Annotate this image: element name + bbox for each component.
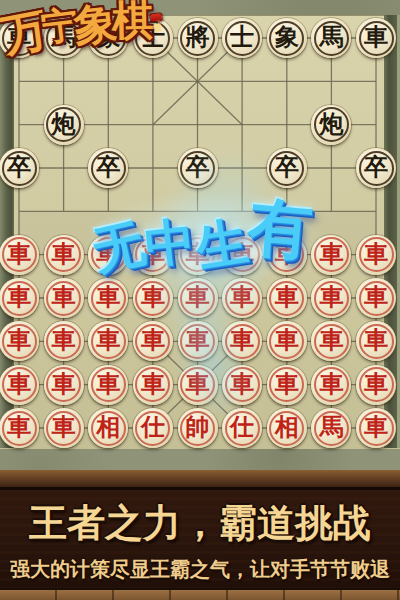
piece-red[interactable]: 車 xyxy=(356,321,396,361)
piece-black[interactable]: 象 xyxy=(267,18,307,58)
piece-glyph: 馬 xyxy=(319,25,343,49)
piece-red[interactable]: 車 xyxy=(178,321,218,361)
piece-black[interactable]: 炮 xyxy=(44,105,84,145)
piece-red[interactable]: 車 xyxy=(0,408,39,448)
piece-glyph: 車 xyxy=(96,285,120,309)
piece-glyph: 車 xyxy=(364,242,388,266)
piece-red[interactable]: 車 xyxy=(0,365,39,405)
piece-glyph: 炮 xyxy=(319,112,343,136)
banner-top-plank xyxy=(0,470,400,490)
promo-subline: 强大的计策尽显王霸之气，让对手节节败退 xyxy=(0,556,400,583)
logo-char: 象 xyxy=(71,0,114,51)
banner-bottom-plank xyxy=(0,588,400,600)
piece-glyph: 卒 xyxy=(364,155,388,179)
piece-red[interactable]: 車 xyxy=(222,321,262,361)
piece-red[interactable]: 車 xyxy=(44,278,84,318)
piece-glyph: 車 xyxy=(7,372,31,396)
game-screen: 車馬象士將士象馬車炮炮卒卒卒卒卒車車車車車車車車車車車車車車車車車車車車車車車車… xyxy=(0,0,400,600)
piece-red[interactable]: 車 xyxy=(88,365,128,405)
piece-red[interactable]: 馬 xyxy=(311,408,351,448)
piece-glyph: 車 xyxy=(364,372,388,396)
logo-char: 中 xyxy=(142,207,199,279)
piece-red[interactable]: 車 xyxy=(311,365,351,405)
piece-red[interactable]: 車 xyxy=(44,408,84,448)
piece-red[interactable]: 相 xyxy=(267,408,307,448)
piece-red[interactable]: 車 xyxy=(267,321,307,361)
piece-black[interactable]: 將 xyxy=(178,18,218,58)
piece-glyph: 仕 xyxy=(141,415,165,439)
piece-black[interactable]: 馬 xyxy=(311,18,351,58)
piece-glyph: 卒 xyxy=(275,155,299,179)
piece-red[interactable]: 車 xyxy=(311,278,351,318)
piece-red[interactable]: 仕 xyxy=(133,408,173,448)
piece-glyph: 車 xyxy=(7,285,31,309)
piece-glyph: 車 xyxy=(275,285,299,309)
piece-red[interactable]: 車 xyxy=(356,278,396,318)
promo-banner[interactable]: 王者之力，霸道挑战 强大的计策尽显王霸之气，让对手节节败退 xyxy=(0,470,400,600)
piece-red[interactable]: 帥 xyxy=(178,408,218,448)
piece-black[interactable]: 炮 xyxy=(311,105,351,145)
piece-black[interactable]: 卒 xyxy=(88,148,128,188)
piece-glyph: 象 xyxy=(275,25,299,49)
piece-glyph: 卒 xyxy=(7,155,31,179)
piece-glyph: 相 xyxy=(275,415,299,439)
piece-red[interactable]: 車 xyxy=(178,278,218,318)
piece-red[interactable]: 車 xyxy=(0,235,39,275)
piece-red[interactable]: 車 xyxy=(133,365,173,405)
piece-glyph: 車 xyxy=(52,242,76,266)
piece-glyph: 車 xyxy=(52,285,76,309)
piece-black[interactable]: 車 xyxy=(356,18,396,58)
piece-red[interactable]: 車 xyxy=(356,365,396,405)
piece-red[interactable]: 仕 xyxy=(222,408,262,448)
piece-red[interactable]: 車 xyxy=(267,365,307,405)
piece-glyph: 車 xyxy=(141,372,165,396)
piece-glyph: 車 xyxy=(7,415,31,439)
piece-glyph: 車 xyxy=(230,372,254,396)
piece-glyph: 車 xyxy=(319,372,343,396)
piece-red[interactable]: 車 xyxy=(356,408,396,448)
piece-glyph: 炮 xyxy=(52,112,76,136)
piece-glyph: 車 xyxy=(52,328,76,352)
logo-char: 宁 xyxy=(39,5,75,49)
promo-headline: 王者之力，霸道挑战 xyxy=(0,498,400,549)
piece-red[interactable]: 車 xyxy=(0,278,39,318)
piece-glyph: 車 xyxy=(230,285,254,309)
piece-black[interactable]: 卒 xyxy=(0,148,39,188)
piece-black[interactable]: 卒 xyxy=(178,148,218,188)
logo-char: 生 xyxy=(192,207,254,283)
piece-red[interactable]: 車 xyxy=(178,365,218,405)
skill-name-overlay: 无中生有 xyxy=(91,190,315,287)
piece-glyph: 車 xyxy=(319,285,343,309)
piece-glyph: 車 xyxy=(230,328,254,352)
piece-black[interactable]: 士 xyxy=(222,18,262,58)
piece-red[interactable]: 車 xyxy=(311,321,351,361)
piece-red[interactable]: 車 xyxy=(44,235,84,275)
piece-glyph: 相 xyxy=(96,415,120,439)
piece-red[interactable]: 車 xyxy=(44,365,84,405)
piece-glyph: 車 xyxy=(52,372,76,396)
piece-glyph: 車 xyxy=(52,415,76,439)
piece-glyph: 卒 xyxy=(186,155,210,179)
piece-red[interactable]: 車 xyxy=(356,235,396,275)
piece-glyph: 卒 xyxy=(96,155,120,179)
piece-red[interactable]: 車 xyxy=(267,278,307,318)
logo-char: 有 xyxy=(245,184,317,275)
piece-glyph: 車 xyxy=(275,372,299,396)
piece-glyph: 士 xyxy=(230,25,254,49)
piece-glyph: 車 xyxy=(141,285,165,309)
piece-red[interactable]: 車 xyxy=(0,321,39,361)
piece-glyph: 車 xyxy=(96,372,120,396)
piece-glyph: 車 xyxy=(364,285,388,309)
piece-glyph: 車 xyxy=(7,242,31,266)
piece-glyph: 車 xyxy=(141,328,165,352)
piece-glyph: 車 xyxy=(319,242,343,266)
piece-red[interactable]: 車 xyxy=(311,235,351,275)
piece-black[interactable]: 卒 xyxy=(267,148,307,188)
piece-glyph: 車 xyxy=(186,372,210,396)
piece-red[interactable]: 車 xyxy=(44,321,84,361)
piece-red[interactable]: 車 xyxy=(88,321,128,361)
piece-glyph: 車 xyxy=(7,328,31,352)
piece-glyph: 車 xyxy=(319,328,343,352)
piece-glyph: 車 xyxy=(275,328,299,352)
piece-red[interactable]: 車 xyxy=(133,321,173,361)
piece-black[interactable]: 卒 xyxy=(356,148,396,188)
logo-char: 棋 xyxy=(111,0,148,45)
piece-glyph: 車 xyxy=(364,328,388,352)
piece-glyph: 仕 xyxy=(230,415,254,439)
piece-red[interactable]: 相 xyxy=(88,408,128,448)
piece-glyph: 車 xyxy=(186,285,210,309)
piece-glyph: 車 xyxy=(364,415,388,439)
piece-glyph: 車 xyxy=(186,328,210,352)
piece-glyph: 帥 xyxy=(186,415,210,439)
piece-glyph: 將 xyxy=(186,25,210,49)
piece-glyph: 馬 xyxy=(319,415,343,439)
piece-red[interactable]: 車 xyxy=(222,365,262,405)
piece-glyph: 車 xyxy=(364,25,388,49)
app-logo-badge: 特供版 xyxy=(149,12,163,22)
piece-glyph: 車 xyxy=(96,328,120,352)
piece-red[interactable]: 車 xyxy=(222,278,262,318)
